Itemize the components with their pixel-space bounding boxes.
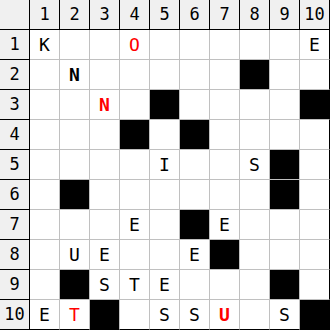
col-header-2: 2: [60, 0, 90, 30]
cell-r3c3[interactable]: N: [90, 90, 120, 120]
cell-r7c2[interactable]: [60, 210, 90, 240]
cell-r5c6[interactable]: [180, 150, 210, 180]
cell-r1c4[interactable]: O: [120, 30, 150, 60]
cell-r1c10[interactable]: E: [300, 30, 330, 60]
cell-r9c3[interactable]: S: [90, 270, 120, 300]
cell-r1c3[interactable]: [90, 30, 120, 60]
cell-r1c9[interactable]: [270, 30, 300, 60]
cell-r10c1[interactable]: E: [30, 300, 60, 330]
cell-r3c2[interactable]: [60, 90, 90, 120]
cell-r4c3[interactable]: [90, 120, 120, 150]
cell-r5c4[interactable]: [120, 150, 150, 180]
block-cell-r9c2: [60, 270, 90, 300]
cell-r3c4[interactable]: [120, 90, 150, 120]
cell-r9c5[interactable]: E: [150, 270, 180, 300]
cell-r10c2[interactable]: T: [60, 300, 90, 330]
cell-r10c6[interactable]: S: [180, 300, 210, 330]
cell-r7c4[interactable]: E: [120, 210, 150, 240]
cell-r6c6[interactable]: [180, 180, 210, 210]
row-header-10: 10: [0, 300, 30, 330]
block-cell-r6c9: [270, 180, 300, 210]
cell-r2c7[interactable]: [210, 60, 240, 90]
block-cell-r3c10: [300, 90, 330, 120]
cell-r9c4[interactable]: T: [120, 270, 150, 300]
row-header-4: 4: [0, 120, 30, 150]
cell-r7c5[interactable]: [150, 210, 180, 240]
cell-r2c9[interactable]: [270, 60, 300, 90]
cell-r5c1[interactable]: [30, 150, 60, 180]
cell-r9c7[interactable]: [210, 270, 240, 300]
cell-r2c5[interactable]: [150, 60, 180, 90]
cell-r2c2[interactable]: N: [60, 60, 90, 90]
row-header-3: 3: [0, 90, 30, 120]
cell-r6c1[interactable]: [30, 180, 60, 210]
cell-r8c3[interactable]: E: [90, 240, 120, 270]
cell-r4c9[interactable]: [270, 120, 300, 150]
row-header-7: 7: [0, 210, 30, 240]
cell-r3c1[interactable]: [30, 90, 60, 120]
cell-r5c8[interactable]: S: [240, 150, 270, 180]
cell-r4c1[interactable]: [30, 120, 60, 150]
cell-r5c10[interactable]: [300, 150, 330, 180]
row-header-8: 8: [0, 240, 30, 270]
col-header-9: 9: [270, 0, 300, 30]
cell-r5c5[interactable]: I: [150, 150, 180, 180]
cell-r3c8[interactable]: [240, 90, 270, 120]
cell-r8c4[interactable]: [120, 240, 150, 270]
cell-r5c2[interactable]: [60, 150, 90, 180]
cell-r6c3[interactable]: [90, 180, 120, 210]
cell-r4c8[interactable]: [240, 120, 270, 150]
cell-r8c5[interactable]: [150, 240, 180, 270]
cell-r7c9[interactable]: [270, 210, 300, 240]
block-cell-r10c3: [90, 300, 120, 330]
col-header-6: 6: [180, 0, 210, 30]
block-cell-r10c10: [300, 300, 330, 330]
cell-r9c8[interactable]: [240, 270, 270, 300]
block-cell-r4c6: [180, 120, 210, 150]
cell-r7c8[interactable]: [240, 210, 270, 240]
cell-r9c6[interactable]: [180, 270, 210, 300]
row-header-5: 5: [0, 150, 30, 180]
cell-r10c4[interactable]: [120, 300, 150, 330]
cell-r10c9[interactable]: S: [270, 300, 300, 330]
block-cell-r3c5: [150, 90, 180, 120]
cell-r2c3[interactable]: [90, 60, 120, 90]
block-cell-r6c2: [60, 180, 90, 210]
cell-r7c7[interactable]: E: [210, 210, 240, 240]
col-header-5: 5: [150, 0, 180, 30]
cell-r1c6[interactable]: [180, 30, 210, 60]
cell-r3c7[interactable]: [210, 90, 240, 120]
col-header-1: 1: [30, 0, 60, 30]
cell-r1c8[interactable]: [240, 30, 270, 60]
cell-r6c7[interactable]: [210, 180, 240, 210]
cell-r1c5[interactable]: [150, 30, 180, 60]
cell-r10c7[interactable]: U: [210, 300, 240, 330]
col-header-10: 10: [300, 0, 330, 30]
cell-r7c1[interactable]: [30, 210, 60, 240]
cell-r8c10[interactable]: [300, 240, 330, 270]
cell-r8c9[interactable]: [270, 240, 300, 270]
cell-r9c1[interactable]: [30, 270, 60, 300]
col-header-8: 8: [240, 0, 270, 30]
col-header-4: 4: [120, 0, 150, 30]
col-header-7: 7: [210, 0, 240, 30]
cell-r10c5[interactable]: S: [150, 300, 180, 330]
block-cell-r7c6: [180, 210, 210, 240]
cell-r8c2[interactable]: U: [60, 240, 90, 270]
cell-r4c7[interactable]: [210, 120, 240, 150]
cell-r5c7[interactable]: [210, 150, 240, 180]
block-cell-r4c4: [120, 120, 150, 150]
cell-r6c5[interactable]: [150, 180, 180, 210]
cell-r1c1[interactable]: K: [30, 30, 60, 60]
row-header-2: 2: [0, 60, 30, 90]
cell-r4c2[interactable]: [60, 120, 90, 150]
cell-r1c7[interactable]: [210, 30, 240, 60]
cell-r9c10[interactable]: [300, 270, 330, 300]
cell-r4c10[interactable]: [300, 120, 330, 150]
row-header-9: 9: [0, 270, 30, 300]
cell-r7c10[interactable]: [300, 210, 330, 240]
col-header-3: 3: [90, 0, 120, 30]
corner-header: [0, 0, 30, 30]
cell-r3c6[interactable]: [180, 90, 210, 120]
row-header-1: 1: [0, 30, 30, 60]
block-cell-r5c9: [270, 150, 300, 180]
cell-r8c6[interactable]: E: [180, 240, 210, 270]
cell-r1c2[interactable]: [60, 30, 90, 60]
puzzle-board: 123456789101KOE2N3N45IS67EE8UEE9STE10ETS…: [0, 0, 330, 330]
cell-r10c8[interactable]: [240, 300, 270, 330]
cell-r6c4[interactable]: [120, 180, 150, 210]
row-header-6: 6: [0, 180, 30, 210]
cell-r4c5[interactable]: [150, 120, 180, 150]
cell-r7c3[interactable]: [90, 210, 120, 240]
cell-r3c9[interactable]: [270, 90, 300, 120]
cell-r2c4[interactable]: [120, 60, 150, 90]
cell-r2c1[interactable]: [30, 60, 60, 90]
cell-r8c8[interactable]: [240, 240, 270, 270]
cell-r2c6[interactable]: [180, 60, 210, 90]
cell-r5c3[interactable]: [90, 150, 120, 180]
block-cell-r9c9: [270, 270, 300, 300]
cell-r6c10[interactable]: [300, 180, 330, 210]
cell-r6c8[interactable]: [240, 180, 270, 210]
block-cell-r2c8: [240, 60, 270, 90]
block-cell-r8c7: [210, 240, 240, 270]
cell-r8c1[interactable]: [30, 240, 60, 270]
cell-r2c10[interactable]: [300, 60, 330, 90]
